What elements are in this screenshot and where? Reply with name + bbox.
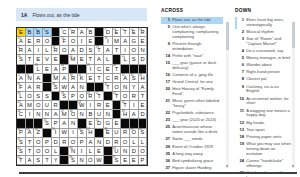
cell-letter: N — [80, 111, 84, 118]
grid-cell-r1c9[interactable]: 8B — [87, 28, 96, 37]
across-clue-21[interactable]: 21Music genre often labeled "heavy" — [161, 98, 223, 110]
cell-number: 48 — [70, 110, 73, 113]
cell-letter: L — [45, 47, 48, 54]
across-scroll-down-arrow-icon[interactable] — [226, 165, 228, 168]
grid-cell-r6c11[interactable]: C — [104, 74, 113, 83]
cell-letter: D — [80, 47, 84, 54]
cell-letter: E — [106, 102, 110, 109]
grid-cell-r12c5[interactable]: 55I — [52, 129, 61, 138]
grid-cell-r4c5[interactable]: E — [52, 55, 61, 64]
cell-number: 15 — [61, 37, 64, 40]
cell-number: 6 — [70, 28, 71, 31]
grid-cell-r2c2[interactable]: E — [26, 37, 35, 46]
grid-cell-r13c2[interactable]: T — [26, 138, 35, 147]
grid-cell-r7c4 — [43, 83, 52, 92]
grid-cell-r2c15[interactable]: E — [139, 37, 148, 46]
grid-cell-r2c1[interactable]: 14A — [17, 37, 26, 46]
grid-cell-r6c6[interactable]: A — [60, 74, 69, 83]
grid-cell-r9c5[interactable]: R — [52, 101, 61, 110]
down-clue-4[interactable]: 4Do a crossword, say — [235, 48, 291, 55]
grid-cell-r1c15[interactable]: 13R — [139, 28, 148, 37]
grid-cell-r12c15[interactable]: 60S — [139, 129, 148, 138]
clue-number: 6 — [237, 63, 244, 68]
clue-number: 2 — [237, 30, 244, 35]
grid-cell-r15c12[interactable]: 67S — [113, 156, 122, 165]
grid-cell-r9c11[interactable]: E — [104, 101, 113, 110]
grid-cell-r15c5[interactable]: Y — [52, 156, 61, 165]
grid-cell-r8c15[interactable]: T — [139, 92, 148, 101]
down-clue-24[interactable]: 24Canine "handshake" offerings — [235, 158, 291, 170]
grid-cell-r13c3[interactable]: O — [34, 138, 43, 147]
grid-cell-r12c1[interactable]: 52P — [17, 129, 26, 138]
grid-cell-r12c7[interactable]: I — [69, 129, 78, 138]
grid-cell-r3c15[interactable]: N — [139, 46, 148, 55]
grid-cell-r2c4[interactable]: O — [43, 37, 52, 46]
grid-cell-r5c10[interactable]: C — [95, 65, 104, 74]
clue-text: Music genre often labeled "heavy" — [172, 99, 223, 109]
grid-cell-r10c8[interactable]: N — [78, 110, 87, 119]
cell-letter: A — [28, 84, 32, 91]
clue-number: 16 — [163, 73, 170, 78]
grid-cell-r2c9[interactable]: E — [87, 37, 96, 46]
cell-letter: R — [123, 129, 127, 136]
grid-cell-r15c13[interactable]: E — [121, 156, 130, 165]
cell-letter: I — [72, 129, 74, 136]
grid-cell-r1c6[interactable]: 5C — [60, 28, 69, 37]
grid-cell-r4c1[interactable]: 20S — [17, 55, 26, 64]
grid-cell-r1c1[interactable]: 1E — [17, 28, 26, 37]
grid-cell-r15c14[interactable]: E — [130, 156, 139, 165]
grid-cell-r12c6[interactable]: W — [60, 129, 69, 138]
grid-cell-r7c14[interactable]: Y — [130, 83, 139, 92]
grid-cell-r14c6 — [60, 147, 69, 156]
grid-cell-r4c7[interactable]: 21M — [69, 55, 78, 64]
grid-cell-r10c7[interactable]: 48O — [69, 110, 78, 119]
grid-cell-r11c4[interactable]: 50S — [43, 119, 52, 128]
across-clue-15[interactable]: 15___ gras (goose or duck delicacy) — [161, 60, 223, 72]
grid-cell-r2c7[interactable]: O — [69, 37, 78, 46]
grid-cell-r1c3[interactable]: 3B — [34, 28, 43, 37]
grid-cell-r9c4[interactable]: U — [43, 101, 52, 110]
cell-letter: I — [81, 148, 83, 155]
grid-cell-r13c9[interactable]: A — [87, 138, 96, 147]
grid-cell-r10c9[interactable]: B — [87, 110, 96, 119]
grid-cell-r5c9[interactable]: 25I — [87, 65, 96, 74]
grid-cell-r8c7[interactable]: P — [69, 92, 78, 101]
grid-cell-r4c2[interactable]: T — [26, 55, 35, 64]
grid-cell-r13c1[interactable]: 61S — [17, 138, 26, 147]
grid-cell-r9c2[interactable]: M — [26, 101, 35, 110]
grid-cell-r14c10[interactable]: E — [95, 147, 104, 156]
grid-cell-r6c13[interactable]: 32A — [121, 74, 130, 83]
down-clue-12[interactable]: 12Big heads — [235, 120, 291, 127]
grid-cell-r8c12[interactable]: 42T — [113, 92, 122, 101]
grid-cell-r14c3[interactable]: O — [34, 147, 43, 156]
grid-cell-r7c5[interactable]: 36S — [52, 83, 61, 92]
grid-cell-r7c6[interactable]: W — [60, 83, 69, 92]
grid-cell-r7c11[interactable]: 37T — [104, 83, 113, 92]
grid-cell-r5c11[interactable]: E — [104, 65, 113, 74]
cell-number: 62 — [18, 147, 21, 150]
crossword-grid[interactable]: 1E2B3B4S5C6R7A8B9D10E11T12E13R14AERO15FO… — [16, 27, 148, 166]
grid-cell-r5c5[interactable]: A — [52, 65, 61, 74]
grid-cell-r4c13[interactable]: 22L — [121, 55, 130, 64]
cell-number: 55 — [52, 128, 55, 131]
cell-letter: D — [132, 148, 136, 155]
grid-cell-r8c6[interactable]: 39S — [60, 92, 69, 101]
grid-cell-r6c10[interactable]: T — [95, 74, 104, 83]
grid-cell-r5c4[interactable]: E — [43, 65, 52, 74]
grid-cell-r2c6[interactable]: 15F — [60, 37, 69, 46]
clue-text: Host Harvey of "Family Feud" — [172, 87, 223, 97]
cell-number: 65 — [18, 156, 21, 159]
grid-cell-r15c4[interactable]: T — [43, 156, 52, 165]
cell-number: 32 — [122, 74, 125, 77]
grid-cell-r15c9[interactable]: O — [87, 156, 96, 165]
grid-cell-r12c14[interactable]: 59O — [130, 129, 139, 138]
grid-cell-r4c10[interactable]: A — [95, 55, 104, 64]
grid-cell-r8c8[interactable]: O — [78, 92, 87, 101]
grid-cell-r12c10 — [95, 129, 104, 138]
cell-letter: E — [28, 38, 32, 45]
grid-cell-r7c7[interactable]: A — [69, 83, 78, 92]
cell-letter: O — [123, 139, 128, 146]
grid-cell-r3c9[interactable]: S — [87, 46, 96, 55]
across-clue-36[interactable]: 36Bird symbolizing grace — [161, 158, 223, 165]
grid-cell-r12c8[interactable]: 56S — [78, 129, 87, 138]
cell-number: 33 — [130, 74, 133, 77]
grid-cell-r13c11[interactable]: D — [104, 138, 113, 147]
grid-cell-r9c13[interactable]: 45T — [121, 101, 130, 110]
grid-cell-r4c8[interactable]: E — [78, 55, 87, 64]
grid-cell-r12c3[interactable]: 54Z — [34, 129, 43, 138]
grid-cell-r15c8[interactable]: N — [78, 156, 87, 165]
cell-letter: V — [45, 56, 49, 63]
cell-letter: R — [97, 102, 101, 109]
grid-cell-r3c10[interactable]: 19T — [95, 46, 104, 55]
grid-cell-r1c12[interactable]: 10E — [113, 28, 122, 37]
grid-cell-r12c12[interactable]: U — [113, 129, 122, 138]
down-clue-2[interactable]: 2Musical rhythm — [235, 29, 291, 36]
grid-cell-r3c14[interactable]: O — [130, 46, 139, 55]
grid-cell-r15c7[interactable]: 66S — [69, 156, 78, 165]
grid-cell-r8c3[interactable]: S — [34, 92, 43, 101]
grid-cell-r13c12[interactable]: R — [113, 138, 122, 147]
cell-number: 29 — [52, 74, 55, 77]
grid-cell-r7c8[interactable]: N — [78, 83, 87, 92]
cell-letter: P — [141, 157, 145, 164]
grid-cell-r13c6[interactable]: R — [60, 138, 69, 147]
grid-cell-r9c15[interactable]: E — [139, 101, 148, 110]
grid-cell-r8c1[interactable]: 38L — [17, 92, 26, 101]
grid-cell-r13c4[interactable]: P — [43, 138, 52, 147]
grid-cell-r14c9[interactable]: L — [87, 147, 96, 156]
cell-number: 24 — [61, 64, 64, 67]
grid-cell-r6c8[interactable]: 31K — [78, 74, 87, 83]
cell-letter: T — [45, 157, 49, 164]
grid-cell-r13c7[interactable]: O — [69, 138, 78, 147]
grid-cell-r14c12[interactable]: 64U — [113, 147, 122, 156]
cell-number: 20 — [18, 55, 21, 58]
grid-cell-r13c5[interactable]: D — [52, 138, 61, 147]
grid-cell-r8c13[interactable]: O — [121, 92, 130, 101]
grid-cell-r11c10[interactable]: 51D — [95, 119, 104, 128]
grid-cell-r10c13[interactable]: 49H — [121, 110, 130, 119]
cell-number: 44 — [78, 101, 81, 104]
cell-number: 58 — [104, 128, 107, 131]
grid-cell-r1c8[interactable]: 7A — [78, 28, 87, 37]
cell-number: 7 — [78, 28, 79, 31]
grid-cell-r6c14[interactable]: 33S — [130, 74, 139, 83]
grid-cell-r5c15 — [139, 65, 148, 74]
grid-cell-r8c4[interactable]: S — [43, 92, 52, 101]
cell-number: 13 — [139, 28, 142, 31]
grid-cell-r4c14[interactable]: S — [130, 55, 139, 64]
grid-cell-r8c10[interactable]: 41T — [95, 92, 104, 101]
across-clue-20[interactable]: 20Host Harvey of "Family Feud" — [161, 86, 223, 98]
cell-letter: R — [114, 139, 118, 146]
grid-cell-r7c3[interactable]: R — [34, 83, 43, 92]
grid-cell-r6c5[interactable]: 29M — [52, 74, 61, 83]
across-clue-16[interactable]: 16Contents of a .jpeg file — [161, 72, 223, 79]
across-scrollbar-thumb[interactable] — [226, 22, 229, 50]
cell-letter: A — [71, 84, 75, 91]
grid-cell-r15c2[interactable]: A — [26, 156, 35, 165]
grid-cell-r10c6[interactable]: 47M — [60, 110, 69, 119]
down-clue-3[interactable]: 3Star of "Room" and "Captain Marvel" — [235, 36, 291, 48]
down-clue-9[interactable]: 9Cockney, vis-à-vis English — [235, 84, 291, 96]
grid-cell-r14c13[interactable]: N — [121, 147, 130, 156]
across-clue-23[interactable]: 23___ year (2020 or 2024) — [161, 117, 223, 124]
grid-cell-r6c2[interactable]: 28N — [26, 74, 35, 83]
grid-cell-r12c2[interactable]: 53A — [26, 129, 35, 138]
grid-cell-r8c9[interactable]: 40R — [87, 92, 96, 101]
grid-cell-r3c8[interactable]: D — [78, 46, 87, 55]
grid-cell-r7c2[interactable]: A — [26, 83, 35, 92]
clue-text: Wander about — [246, 63, 272, 68]
down-clue-5[interactable]: 5Money manager, in brief — [235, 55, 291, 62]
across-scrollbar[interactable] — [226, 22, 229, 168]
grid-cell-r2c14[interactable]: G — [130, 37, 139, 46]
grid-cell-r6c12[interactable]: R — [113, 74, 122, 83]
down-clue-18[interactable]: 18Printing paper units — [235, 134, 291, 141]
cell-letter: A — [97, 56, 101, 63]
across-clue-9[interactable]: 9Prevent through intimidation — [161, 41, 223, 53]
grid-cell-r15c10[interactable]: W — [95, 156, 104, 165]
across-clue-17[interactable]: 17Grand Central, for one — [161, 79, 223, 86]
across-clue-37[interactable]: 37Figure skater Harding — [161, 165, 223, 172]
grid-cell-r5c3[interactable]: 23L — [34, 65, 43, 74]
grid-cell-r8c2[interactable]: O — [26, 92, 35, 101]
cell-letter: A — [80, 29, 84, 36]
grid-cell-r13c8[interactable]: P — [78, 138, 87, 147]
grid-cell-r7c1[interactable]: 35F — [17, 83, 26, 92]
grid-cell-r4c4[interactable]: V — [43, 55, 52, 64]
down-scrollbar-thumb[interactable] — [292, 22, 295, 48]
cell-letter: E — [132, 157, 136, 164]
grid-cell-r5c14 — [130, 65, 139, 74]
grid-cell-r12c9[interactable]: 57H — [87, 129, 96, 138]
grid-cell-r2c5 — [52, 37, 61, 46]
grid-cell-r14c4[interactable]: O — [43, 147, 52, 156]
down-clue-6[interactable]: 6Wander about — [235, 62, 291, 69]
grid-cell-r13c10[interactable]: N — [95, 138, 104, 147]
grid-cell-r1c14[interactable]: 12E — [130, 28, 139, 37]
grid-cell-r9c3[interactable]: O — [34, 101, 43, 110]
cell-letter: A — [54, 66, 58, 73]
down-clue-11[interactable]: 11A wagging one means a happy dog — [235, 108, 291, 120]
grid-cell-r10c11[interactable]: N — [104, 110, 113, 119]
cell-letter: O — [71, 38, 76, 45]
cell-letter: O — [88, 157, 93, 164]
grid-cell-r6c7[interactable]: 30R — [69, 74, 78, 83]
cell-letter: O — [132, 47, 137, 54]
grid-cell-r14c15[interactable]: O — [139, 147, 148, 156]
across-clue-14[interactable]: 14Prefix with "naut" — [161, 53, 223, 60]
grid-cell-r13c15[interactable]: L — [139, 138, 148, 147]
grid-cell-r10c1[interactable]: 46C — [17, 110, 26, 119]
grid-cell-r9c9[interactable]: I — [87, 101, 96, 110]
grid-cell-r15c15[interactable]: P — [139, 156, 148, 165]
grid-cell-r11c6[interactable]: A — [60, 119, 69, 128]
grid-cell-r6c1[interactable]: 27A — [17, 74, 26, 83]
grid-cell-r2c12[interactable]: M — [113, 37, 122, 46]
cell-number: 43 — [18, 101, 21, 104]
grid-cell-r10c5[interactable]: A — [52, 110, 61, 119]
grid-cell-r15c1[interactable]: 65T — [17, 156, 26, 165]
cell-number: 2 — [26, 28, 27, 31]
grid-cell-r1c11[interactable]: 9D — [104, 28, 113, 37]
across-clue-35[interactable]: 35A long way away — [161, 151, 223, 158]
down-clue-13[interactable]: 13Tear apart — [235, 127, 291, 134]
grid-cell-r3c2[interactable]: A — [26, 46, 35, 55]
grid-cell-r1c7[interactable]: 6R — [69, 28, 78, 37]
cell-letter: S — [36, 93, 40, 100]
cell-letter: O — [71, 139, 76, 146]
grid-cell-r3c11[interactable]: A — [104, 46, 113, 55]
grid-cell-r7c13[interactable]: N — [121, 83, 130, 92]
grid-cell-r13c14[interactable]: L — [130, 138, 139, 147]
grid-cell-r14c2[interactable]: T — [26, 147, 35, 156]
grid-cell-r10c15[interactable]: D — [139, 110, 148, 119]
down-scroll-down-arrow-icon[interactable] — [292, 165, 294, 168]
cell-letter: T — [141, 93, 145, 100]
down-clue-8[interactable]: 8Closest pal — [235, 76, 291, 83]
grid-cell-r7c12[interactable]: O — [113, 83, 122, 92]
grid-cell-r2c3[interactable]: R — [34, 37, 43, 46]
grid-cell-r3c5[interactable]: 18R — [52, 46, 61, 55]
cell-letter: T — [89, 56, 93, 63]
grid-cell-r11c12[interactable]: E — [113, 119, 122, 128]
grid-cell-r3c6[interactable]: O — [60, 46, 69, 55]
grid-cell-r2c8[interactable]: I — [78, 37, 87, 46]
grid-cell-r2c13[interactable]: A — [121, 37, 130, 46]
clue-number: 5 — [237, 56, 244, 61]
cell-letter: Y — [132, 84, 136, 91]
cell-letter: T — [115, 47, 119, 54]
grid-cell-r8c14[interactable]: R — [130, 92, 139, 101]
grid-cell-r12c11[interactable]: 58E — [104, 129, 113, 138]
cell-letter: R — [114, 75, 118, 82]
grid-cell-r1c13[interactable]: 11T — [121, 28, 130, 37]
cell-letter: N — [97, 139, 101, 146]
grid-cell-r14c7[interactable]: 63N — [69, 147, 78, 156]
cell-number: 63 — [70, 147, 73, 150]
clue-text: Big heads — [246, 121, 264, 126]
down-clue-10[interactable]: 10An essential worker, for short — [235, 96, 291, 108]
clue-number: 7 — [237, 70, 244, 75]
grid-cell-r4c11[interactable]: L — [104, 55, 113, 64]
across-clue-27[interactable]: 27Santa ___ winds — [161, 136, 223, 143]
grid-cell-r11c7[interactable]: N — [69, 119, 78, 128]
grid-cell-r13c13[interactable]: O — [121, 138, 130, 147]
grid-cell-r6c15[interactable]: 34H — [139, 74, 148, 83]
across-clue-1[interactable]: 1Flows out, as the tide — [161, 17, 223, 24]
cell-letter: E — [19, 29, 23, 36]
grid-cell-r14c8[interactable]: I — [78, 147, 87, 156]
clue-number: 12 — [237, 121, 244, 126]
cell-letter: B — [28, 29, 32, 36]
grid-cell-r1c4[interactable]: 4S — [43, 28, 52, 37]
grid-cell-r15c3[interactable]: S — [34, 156, 43, 165]
cell-letter: C — [97, 66, 101, 73]
grid-cell-r10c14[interactable]: A — [130, 110, 139, 119]
across-clue-5[interactable]: 5One who's always complaining, complaini… — [161, 24, 223, 41]
cell-number: 66 — [70, 156, 73, 159]
grid-cell-r2c11[interactable]: 16I — [104, 37, 113, 46]
grid-cell-r3c3[interactable]: I — [34, 46, 43, 55]
current-clue-bar[interactable]: 1A Flows out, as the tide — [16, 8, 147, 21]
grid-cell-r3c4[interactable]: L — [43, 46, 52, 55]
across-clue-29[interactable]: 29Event of October 1929 — [161, 144, 223, 151]
cell-number: 54 — [35, 128, 38, 131]
grid-cell-r6c9[interactable]: E — [87, 74, 96, 83]
across-clue-25[interactable]: 25Actor/musician whose name sounds like … — [161, 124, 223, 136]
grid-cell-r10c3[interactable]: N — [34, 110, 43, 119]
cell-letter: S — [88, 47, 92, 54]
grid-cell-r4c15[interactable]: D — [139, 55, 148, 64]
grid-cell-r9c14[interactable]: I — [130, 101, 139, 110]
down-clue-19[interactable]: 19What you may use when turning down an … — [235, 141, 291, 158]
grid-cell-r1c2[interactable]: 2B — [26, 28, 35, 37]
grid-cell-r5c6[interactable]: 24P — [60, 65, 69, 74]
cell-number: 67 — [113, 156, 116, 159]
cell-letter: T — [97, 75, 101, 82]
grid-cell-r9c8[interactable]: 44W — [78, 101, 87, 110]
current-clue-number: 1A — [21, 12, 27, 18]
grid-cell-r9c1[interactable]: 43A — [17, 101, 26, 110]
grid-cell-r5c12[interactable]: 26T — [113, 65, 122, 74]
across-clue-list: 1Flows out, as the tide5One who's always… — [161, 17, 223, 172]
grid-cell-r14c11 — [104, 147, 113, 156]
clue-text: ___ gras (goose or duck delicacy) — [172, 61, 223, 71]
grid-cell-r14c14[interactable]: D — [130, 147, 139, 156]
down-clue-7[interactable]: 7Right-hand person — [235, 69, 291, 76]
grid-cell-r7c15[interactable]: A — [139, 83, 148, 92]
down-scrollbar[interactable] — [292, 22, 295, 168]
grid-cell-r6c3[interactable]: A — [34, 74, 43, 83]
down-clue-1[interactable]: 1Elves have big ones, stereotypically — [235, 17, 291, 29]
grid-cell-r14c5[interactable]: L — [52, 147, 61, 156]
grid-cell-r14c1[interactable]: 62S — [17, 147, 26, 156]
grid-cell-r12c13[interactable]: R — [121, 129, 130, 138]
across-clue-22[interactable]: 22Psychedelic substance — [161, 110, 223, 117]
clue-number: 3 — [237, 37, 244, 47]
grid-cell-r3c12[interactable]: T — [113, 46, 122, 55]
grid-cell-r10c2[interactable]: I — [26, 110, 35, 119]
grid-cell-r9c10[interactable]: R — [95, 101, 104, 110]
cell-number: 16 — [104, 37, 107, 40]
